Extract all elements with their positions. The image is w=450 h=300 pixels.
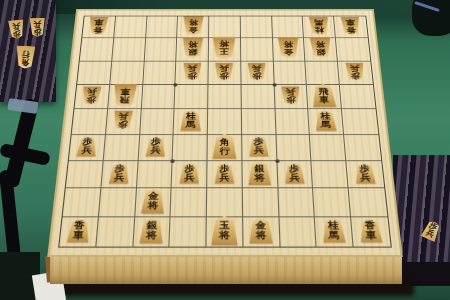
piece-kanji: 将 (255, 231, 266, 241)
piece-kanji: 金 (188, 26, 198, 33)
square-1f[interactable] (344, 135, 381, 161)
black-bishop-5f[interactable]: 角行 (211, 134, 238, 159)
piece-kanji: 将 (146, 231, 157, 241)
square-2e[interactable]: 桂馬 (309, 109, 345, 134)
white-hand-bishop[interactable]: 角行 (14, 45, 36, 69)
black-pawn-1g[interactable]: 歩兵 (353, 163, 377, 184)
square-1g[interactable]: 歩兵 (347, 161, 385, 188)
square-6e[interactable]: 桂馬 (174, 109, 208, 134)
piece-kanji: 兵 (150, 147, 161, 156)
black-pawn-9f[interactable]: 歩兵 (75, 136, 98, 157)
square-8e[interactable]: 歩兵 (106, 109, 142, 134)
piece-kanji: 兵 (33, 19, 41, 27)
square-8h[interactable] (99, 189, 137, 217)
square-3g[interactable]: 歩兵 (277, 161, 313, 188)
square-7a[interactable] (146, 16, 179, 38)
piece-kanji: 歩 (184, 164, 195, 173)
black-piece-stand: 歩兵 (393, 155, 450, 265)
piece-kanji: 桂 (314, 26, 324, 33)
square-6g[interactable]: 歩兵 (172, 161, 208, 188)
piece-kanji: 兵 (219, 174, 229, 183)
piece-kanji: 兵 (87, 88, 98, 96)
board-grid: 香車金将桂馬香車銀将王将金将銀将歩兵歩兵歩兵歩兵歩兵飛車歩兵飛車歩兵桂馬桂馬歩兵… (58, 16, 392, 248)
hoshi-dot (275, 159, 279, 163)
piece-kanji: 馬 (321, 121, 332, 129)
square-6f[interactable] (173, 135, 208, 161)
white-king-5b[interactable]: 王将 (212, 37, 238, 60)
square-4h[interactable] (243, 189, 279, 217)
square-9c[interactable] (77, 61, 112, 85)
black-gold-4i[interactable]: 金将 (248, 218, 275, 244)
square-9d[interactable]: 歩兵 (74, 85, 110, 109)
black-silver-4g[interactable]: 銀将 (247, 161, 272, 185)
piece-kanji: 香 (346, 26, 356, 33)
white-piece-stand: 歩兵歩兵角行 (0, 0, 56, 102)
piece-kanji: 将 (188, 41, 198, 48)
square-6a[interactable]: 金将 (177, 16, 209, 38)
square-2g[interactable] (312, 161, 349, 188)
black-lance-1i[interactable]: 香車 (358, 219, 384, 243)
square-5f[interactable]: 角行 (208, 135, 243, 161)
square-3i[interactable] (279, 217, 317, 247)
piece-kanji: 将 (188, 19, 197, 26)
square-2b[interactable]: 銀将 (304, 38, 338, 61)
shogi-board: 香車金将桂馬香車銀将王将金将銀将歩兵歩兵歩兵歩兵歩兵飛車歩兵飛車歩兵桂馬桂馬歩兵… (50, 11, 401, 255)
square-7c[interactable] (143, 61, 177, 85)
black-king-5i[interactable]: 玉将 (210, 216, 239, 245)
square-4f[interactable]: 歩兵 (242, 135, 277, 161)
piece-kanji: 行 (219, 147, 229, 156)
square-7g[interactable] (136, 161, 172, 188)
piece-kanji: 歩 (359, 164, 370, 173)
piece-kanji: 歩 (286, 96, 296, 104)
square-7e[interactable] (140, 109, 175, 134)
piece-kanji: 兵 (12, 21, 21, 30)
piece-kanji: 車 (319, 96, 329, 104)
photo-scene: 歩兵歩兵角行 歩兵 香車金将桂馬香車銀将王将金将銀将歩兵歩兵歩兵歩兵歩兵飛車歩兵… (0, 0, 450, 300)
piece-kanji: 車 (120, 88, 130, 96)
black-pawn-4f[interactable]: 歩兵 (248, 136, 270, 157)
piece-kanji: 兵 (350, 64, 360, 72)
square-1a[interactable]: 香車 (334, 16, 368, 38)
square-4g[interactable]: 銀将 (242, 161, 278, 188)
hoshi-dot (272, 83, 276, 86)
piece-kanji: 歩 (219, 164, 229, 173)
board-perspective-wrap: 香車金将桂馬香車銀将王将金将銀将歩兵歩兵歩兵歩兵歩兵飛車歩兵飛車歩兵桂馬桂馬歩兵… (65, 0, 385, 262)
black-knight-6e[interactable]: 桂馬 (179, 110, 203, 132)
square-7d[interactable] (141, 85, 175, 109)
square-2h[interactable] (313, 189, 351, 217)
square-2f[interactable] (310, 135, 346, 161)
piece-kanji: 将 (254, 174, 265, 183)
black-lance-9i[interactable]: 香車 (66, 219, 92, 243)
square-8g[interactable]: 歩兵 (101, 161, 138, 188)
piece-kanji: 将 (147, 201, 158, 210)
piece-kanji: 飛 (120, 96, 130, 104)
black-pawn-8g[interactable]: 歩兵 (108, 163, 131, 184)
piece-kanji: 兵 (184, 174, 195, 183)
piece-kanji: 歩 (187, 72, 197, 80)
piece-kanji: 香 (93, 26, 103, 33)
square-9h[interactable] (63, 189, 102, 217)
white-lance-1a[interactable]: 香車 (340, 17, 362, 35)
piece-kanji: 将 (220, 41, 229, 48)
square-8f[interactable] (103, 135, 139, 161)
square-3d[interactable]: 歩兵 (274, 85, 308, 109)
square-9a[interactable]: 香車 (82, 16, 116, 38)
square-4d[interactable] (241, 85, 275, 109)
piece-kanji: 歩 (118, 121, 129, 129)
piece-kanji: 兵 (252, 64, 262, 72)
piece-kanji: 歩 (252, 72, 262, 80)
square-7b[interactable] (144, 38, 177, 61)
piece-kanji: 金 (284, 49, 294, 56)
white-pawn-3d[interactable]: 歩兵 (280, 86, 302, 105)
square-4b[interactable] (241, 38, 274, 61)
square-3f[interactable] (276, 135, 312, 161)
square-3b[interactable]: 金将 (273, 38, 306, 61)
piece-kanji: 歩 (86, 96, 97, 104)
white-hand-pawn[interactable]: 歩兵 (7, 19, 25, 39)
square-3a[interactable] (272, 16, 305, 38)
square-9b[interactable] (80, 38, 114, 61)
piece-kanji: 将 (315, 41, 325, 48)
piece-kanji: 馬 (314, 19, 324, 26)
white-lance-9a[interactable]: 香車 (88, 17, 110, 35)
square-6d[interactable] (175, 85, 209, 109)
piece-kanji: 兵 (81, 147, 92, 156)
piece-kanji: 将 (219, 231, 230, 241)
square-7i[interactable]: 銀将 (133, 217, 171, 247)
square-6i[interactable] (170, 217, 207, 247)
square-9f[interactable]: 歩兵 (69, 135, 106, 161)
square-3h[interactable] (278, 189, 315, 217)
square-5b[interactable]: 王将 (209, 38, 241, 61)
square-5d[interactable] (208, 85, 241, 109)
white-rook-8d[interactable]: 飛車 (111, 84, 138, 107)
piece-kanji: 銀 (188, 49, 198, 56)
square-1i[interactable]: 香車 (351, 217, 390, 247)
square-2c[interactable] (306, 61, 340, 85)
square-1b[interactable] (336, 38, 370, 61)
white-gold-3b[interactable]: 金将 (277, 39, 301, 59)
black-rook-2d[interactable]: 飛車 (310, 84, 337, 107)
white-silver-6b[interactable]: 銀将 (181, 39, 204, 59)
piece-kanji: 歩 (350, 72, 360, 80)
black-pawn-5g[interactable]: 歩兵 (213, 163, 235, 184)
black-knight-2i[interactable]: 桂馬 (321, 218, 348, 243)
piece-kanji: 歩 (220, 72, 230, 80)
square-2d[interactable]: 飛車 (307, 85, 342, 109)
square-4e[interactable] (242, 109, 276, 134)
black-pawn-6g[interactable]: 歩兵 (178, 163, 200, 184)
white-pawn-6c[interactable]: 歩兵 (182, 63, 203, 82)
square-5c[interactable]: 歩兵 (209, 61, 242, 85)
piece-kanji: 車 (365, 231, 377, 241)
square-5i[interactable]: 玉将 (207, 217, 244, 247)
piece-kanji: 兵 (360, 174, 371, 183)
piece-kanji: 行 (21, 49, 29, 57)
square-3e[interactable] (275, 109, 310, 134)
white-pawn-9d[interactable]: 歩兵 (81, 86, 103, 105)
square-8a[interactable] (114, 16, 147, 38)
piece-kanji: 王 (220, 49, 230, 56)
piece-kanji: 兵 (289, 174, 300, 183)
square-3c[interactable] (273, 61, 307, 85)
piece-kanji: 馬 (328, 231, 340, 241)
square-5g[interactable]: 歩兵 (207, 161, 242, 188)
black-gold-7h[interactable]: 金将 (140, 189, 167, 214)
square-6b[interactable]: 銀将 (177, 38, 210, 61)
white-knight-2a[interactable]: 桂馬 (308, 17, 331, 36)
piece-kanji: 兵 (118, 112, 129, 120)
square-4a[interactable] (241, 16, 273, 38)
square-9g[interactable] (66, 161, 104, 188)
piece-kanji: 玉 (219, 221, 230, 231)
black-pawn-3g[interactable]: 歩兵 (283, 163, 306, 184)
piece-kanji: 兵 (220, 64, 230, 72)
square-9i[interactable]: 香車 (59, 217, 98, 247)
piece-kanji: 兵 (187, 64, 197, 72)
piece-kanji: 車 (94, 19, 104, 26)
piece-kanji: 角 (219, 138, 229, 146)
square-8c[interactable] (110, 61, 144, 85)
white-hand-pawn[interactable]: 歩兵 (29, 18, 46, 37)
square-4c[interactable]: 歩兵 (241, 61, 274, 85)
square-6c[interactable]: 歩兵 (176, 61, 209, 85)
square-1h[interactable] (349, 189, 388, 217)
piece-kanji: 兵 (424, 229, 435, 240)
square-5a[interactable] (209, 16, 241, 38)
square-5h[interactable] (207, 189, 243, 217)
square-4i[interactable]: 金将 (243, 217, 280, 247)
piece-kanji: 車 (72, 231, 84, 241)
black-pawn-7f[interactable]: 歩兵 (144, 136, 166, 157)
white-pawn-5c[interactable]: 歩兵 (214, 63, 234, 82)
square-6h[interactable] (171, 189, 207, 217)
square-1c[interactable]: 歩兵 (338, 61, 373, 85)
white-gold-6a[interactable]: 金将 (182, 16, 205, 36)
piece-kanji: 歩 (33, 27, 41, 35)
piece-kanji: 歩 (289, 164, 300, 173)
black-hand-pawn[interactable]: 歩兵 (420, 218, 443, 242)
piece-kanji: 銀 (316, 49, 326, 56)
square-9e[interactable] (72, 109, 108, 134)
square-1d[interactable] (340, 85, 376, 109)
square-1e[interactable] (342, 109, 378, 134)
piece-kanji: 将 (283, 41, 293, 48)
black-knight-2e[interactable]: 桂馬 (314, 110, 339, 132)
piece-kanji: 兵 (113, 174, 124, 183)
white-pawn-1c[interactable]: 歩兵 (344, 63, 366, 82)
piece-kanji: 歩 (114, 164, 125, 173)
square-7h[interactable]: 金将 (135, 189, 172, 217)
piece-kanji: 桂 (328, 221, 339, 231)
piece-kanji: 兵 (254, 147, 264, 156)
piece-kanji: 兵 (286, 88, 296, 96)
piece-kanji: 車 (345, 19, 355, 26)
square-2a[interactable]: 桂馬 (303, 16, 336, 38)
piece-kanji: 馬 (186, 121, 196, 129)
square-7f[interactable]: 歩兵 (138, 135, 174, 161)
square-8i[interactable] (96, 217, 135, 247)
white-pawn-4c[interactable]: 歩兵 (247, 63, 268, 82)
square-8b[interactable] (112, 38, 146, 61)
square-5e[interactable] (208, 109, 242, 134)
square-2i[interactable]: 桂馬 (315, 217, 354, 247)
white-pawn-8e[interactable]: 歩兵 (112, 111, 134, 131)
white-silver-2b[interactable]: 銀将 (308, 39, 332, 59)
square-8d[interactable]: 飛車 (108, 85, 143, 109)
black-silver-7i[interactable]: 銀将 (138, 218, 165, 244)
